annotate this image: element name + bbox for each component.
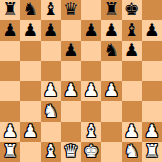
square-h1[interactable]: ♜ xyxy=(142,142,162,162)
piece-black-pawn[interactable]: ♟ xyxy=(144,22,160,40)
square-e3[interactable] xyxy=(81,101,101,121)
piece-white-pawn[interactable]: ♟ xyxy=(144,123,160,141)
square-f4[interactable]: ♟ xyxy=(101,81,121,101)
square-e5[interactable] xyxy=(81,61,101,81)
piece-black-knight[interactable]: ♞ xyxy=(104,42,120,60)
piece-black-pawn[interactable]: ♟ xyxy=(23,22,39,40)
square-b3[interactable] xyxy=(20,101,40,121)
piece-white-queen[interactable]: ♛ xyxy=(63,143,79,161)
square-f6[interactable]: ♞ xyxy=(101,41,121,61)
piece-white-knight[interactable]: ♞ xyxy=(43,103,59,121)
square-f3[interactable] xyxy=(101,101,121,121)
square-d2[interactable] xyxy=(61,122,81,142)
square-f5[interactable] xyxy=(101,61,121,81)
square-f7[interactable]: ♟ xyxy=(101,20,121,40)
piece-white-pawn[interactable]: ♟ xyxy=(83,82,99,100)
square-e1[interactable]: ♚ xyxy=(81,142,101,162)
square-d7[interactable] xyxy=(61,20,81,40)
piece-white-knight[interactable]: ♞ xyxy=(124,143,140,161)
square-d4[interactable]: ♟ xyxy=(61,81,81,101)
piece-black-pawn[interactable]: ♟ xyxy=(83,22,99,40)
piece-black-king[interactable]: ♚ xyxy=(124,1,140,19)
square-d5[interactable] xyxy=(61,61,81,81)
square-g1[interactable]: ♞ xyxy=(122,142,142,162)
piece-white-pawn[interactable]: ♟ xyxy=(2,123,18,141)
square-h2[interactable]: ♟ xyxy=(142,122,162,142)
square-d6[interactable]: ♟ xyxy=(61,41,81,61)
piece-white-pawn[interactable]: ♟ xyxy=(63,82,79,100)
square-b1[interactable] xyxy=(20,142,40,162)
square-b5[interactable] xyxy=(20,61,40,81)
piece-black-bishop[interactable]: ♝ xyxy=(124,22,140,40)
piece-white-pawn[interactable]: ♟ xyxy=(23,123,39,141)
square-b6[interactable] xyxy=(20,41,40,61)
square-a4[interactable] xyxy=(0,81,20,101)
piece-black-rook[interactable]: ♜ xyxy=(2,1,18,19)
piece-white-rook[interactable]: ♜ xyxy=(2,143,18,161)
square-a5[interactable] xyxy=(0,61,20,81)
square-e4[interactable]: ♟ xyxy=(81,81,101,101)
square-f2[interactable] xyxy=(101,122,121,142)
square-e2[interactable]: ♝ xyxy=(81,122,101,142)
square-b8[interactable]: ♞ xyxy=(20,0,40,20)
square-f1[interactable] xyxy=(101,142,121,162)
piece-black-pawn[interactable]: ♟ xyxy=(104,22,120,40)
piece-white-pawn[interactable]: ♟ xyxy=(43,82,59,100)
square-a1[interactable]: ♜ xyxy=(0,142,20,162)
square-c8[interactable]: ♝ xyxy=(41,0,61,20)
square-c1[interactable]: ♝ xyxy=(41,142,61,162)
square-b4[interactable] xyxy=(20,81,40,101)
square-g6[interactable]: ♟ xyxy=(122,41,142,61)
square-d8[interactable]: ♛ xyxy=(61,0,81,20)
square-g5[interactable] xyxy=(122,61,142,81)
square-e8[interactable] xyxy=(81,0,101,20)
square-a6[interactable] xyxy=(0,41,20,61)
piece-black-bishop[interactable]: ♝ xyxy=(43,1,59,19)
square-g3[interactable] xyxy=(122,101,142,121)
piece-black-pawn[interactable]: ♟ xyxy=(124,42,140,60)
piece-black-rook[interactable]: ♜ xyxy=(104,1,120,19)
piece-black-pawn[interactable]: ♟ xyxy=(63,42,79,60)
square-h4[interactable] xyxy=(142,81,162,101)
piece-white-pawn[interactable]: ♟ xyxy=(104,82,120,100)
square-a8[interactable]: ♜ xyxy=(0,0,20,20)
square-e6[interactable] xyxy=(81,41,101,61)
square-a3[interactable] xyxy=(0,101,20,121)
square-g8[interactable]: ♚ xyxy=(122,0,142,20)
square-h7[interactable]: ♟ xyxy=(142,20,162,40)
square-c2[interactable] xyxy=(41,122,61,142)
piece-white-king[interactable]: ♚ xyxy=(83,143,99,161)
square-b2[interactable]: ♟ xyxy=(20,122,40,142)
square-h5[interactable] xyxy=(142,61,162,81)
piece-white-pawn[interactable]: ♟ xyxy=(124,123,140,141)
piece-black-knight[interactable]: ♞ xyxy=(23,1,39,19)
square-f8[interactable]: ♜ xyxy=(101,0,121,20)
square-d1[interactable]: ♛ xyxy=(61,142,81,162)
square-g7[interactable]: ♝ xyxy=(122,20,142,40)
square-c3[interactable]: ♞ xyxy=(41,101,61,121)
square-d3[interactable] xyxy=(61,101,81,121)
square-c7[interactable]: ♟ xyxy=(41,20,61,40)
piece-white-bishop[interactable]: ♝ xyxy=(43,143,59,161)
square-c4[interactable]: ♟ xyxy=(41,81,61,101)
piece-black-queen[interactable]: ♛ xyxy=(63,1,79,19)
square-a7[interactable]: ♟ xyxy=(0,20,20,40)
square-g4[interactable] xyxy=(122,81,142,101)
square-c6[interactable] xyxy=(41,41,61,61)
square-b7[interactable]: ♟ xyxy=(20,20,40,40)
square-e7[interactable]: ♟ xyxy=(81,20,101,40)
square-h8[interactable] xyxy=(142,0,162,20)
piece-black-pawn[interactable]: ♟ xyxy=(2,22,18,40)
piece-black-pawn[interactable]: ♟ xyxy=(43,22,59,40)
square-h3[interactable] xyxy=(142,101,162,121)
square-g2[interactable]: ♟ xyxy=(122,122,142,142)
square-c5[interactable] xyxy=(41,61,61,81)
piece-white-rook[interactable]: ♜ xyxy=(144,143,160,161)
square-h6[interactable] xyxy=(142,41,162,61)
chess-board: ♜♞♝♛♜♚♟♟♟♟♟♝♟♟♞♟♟♟♟♟♞♟♟♝♟♟♜♝♛♚♞♜ xyxy=(0,0,162,162)
square-a2[interactable]: ♟ xyxy=(0,122,20,142)
piece-white-bishop[interactable]: ♝ xyxy=(83,123,99,141)
